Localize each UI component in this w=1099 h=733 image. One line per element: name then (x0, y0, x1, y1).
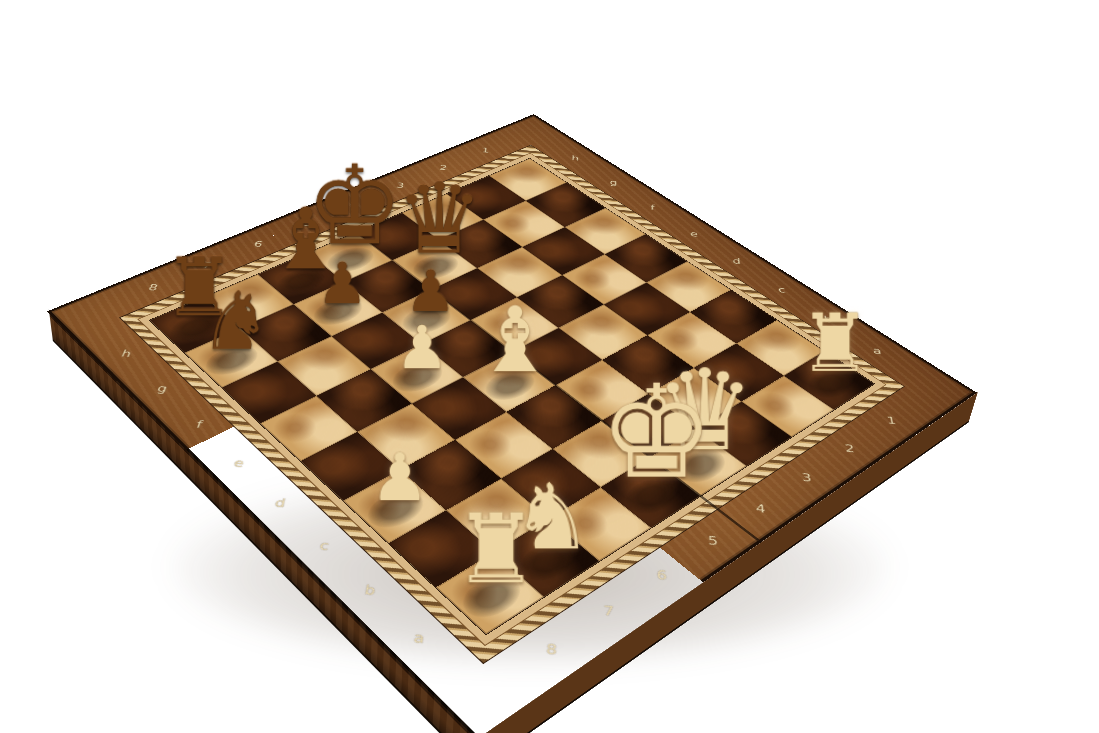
rank-label: 2 (815, 437, 886, 460)
chess-board: 87654321 87654321 hgfedcba hgfedcba ♜♝♚♞… (47, 114, 977, 733)
rank-label: 3 (771, 466, 843, 490)
rank-label: 4 (724, 496, 797, 521)
board-frame: 87654321 87654321 hgfedcba hgfedcba ♜♝♚♞… (47, 114, 977, 733)
rank-label: 5 (676, 528, 750, 554)
file-label: h (564, 143, 585, 174)
file-label: e (682, 217, 705, 252)
file-label: d (724, 243, 749, 279)
file-label: f (642, 191, 664, 224)
white-rook[interactable]: ♜ (388, 502, 604, 598)
rank-label: 7 (569, 597, 647, 626)
rank-label: 1 (457, 143, 512, 158)
rank-label: 1 (857, 409, 926, 431)
photo-scene: 87654321 87654321 hgfedcba hgfedcba ♜♝♚♞… (0, 0, 1099, 733)
black-knight[interactable]: ♞ (143, 281, 328, 361)
rank-label: 6 (624, 561, 700, 588)
file-label: g (603, 167, 624, 199)
rank-label: 8 (511, 634, 592, 664)
